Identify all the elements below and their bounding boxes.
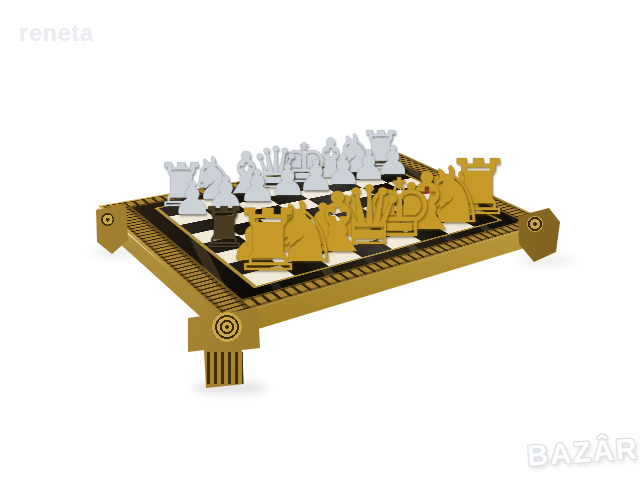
volute-spiral-front-leg bbox=[212, 312, 242, 342]
watermark-seller-name: reneta bbox=[19, 20, 94, 47]
volute-spiral-right-leg bbox=[527, 216, 543, 232]
product-photo-canvas: ♜♞♝♛♚♝♞♜♟♟♟♟♟♟♟♟♟♟♟♟♟♟♟♟♜♞♝♛♚♝♞♜♜ reneta… bbox=[0, 0, 640, 480]
red-detail-accent bbox=[421, 181, 430, 194]
shadow-right-leg bbox=[518, 256, 574, 265]
watermark-marketplace-logo: BAZÂR bbox=[526, 432, 640, 473]
volute-spiral-left-leg bbox=[101, 213, 114, 226]
fluted-foot-front-leg bbox=[207, 352, 243, 384]
